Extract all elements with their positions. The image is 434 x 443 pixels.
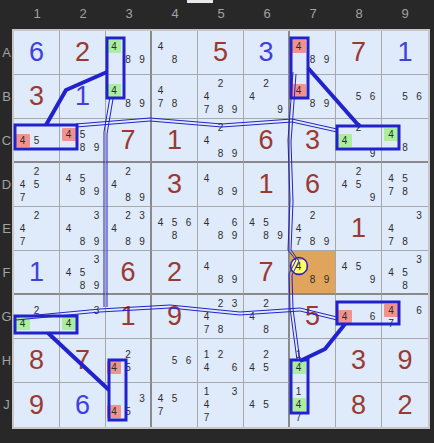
candidates: 467 — [384, 295, 426, 338]
candidate-2: 2 — [259, 77, 273, 90]
candidate-8: 8 — [306, 273, 320, 286]
cell-E5[interactable]: 4689 — [198, 207, 244, 251]
candidates: 2457 — [16, 163, 58, 206]
candidate-4: 4 — [200, 172, 214, 185]
candidate-4: 4 — [16, 178, 30, 191]
candidates: 2459 — [338, 163, 380, 206]
empty-slot — [228, 323, 242, 336]
empty-slot — [107, 165, 121, 178]
candidate-4: 4 — [62, 317, 76, 330]
cell-B9[interactable]: 56 — [382, 75, 428, 119]
cell-B3[interactable]: 489 — [106, 75, 152, 119]
candidates: 249 — [245, 75, 287, 118]
cell-E2[interactable]: 3489 — [60, 207, 106, 251]
empty-slot — [62, 185, 76, 198]
column-labels: 123456789 — [14, 3, 428, 25]
cell-F4[interactable]: 2 — [152, 251, 198, 295]
candidate-4: 4 — [200, 216, 214, 229]
candidates: 478 — [154, 75, 196, 118]
candidate-5: 5 — [398, 90, 412, 103]
candidate-7: 7 — [384, 317, 398, 330]
empty-slot — [107, 97, 121, 110]
cell-G5[interactable]: 23478 — [198, 295, 244, 339]
given-digit: 1 — [106, 295, 150, 338]
cell-D5[interactable]: 489 — [198, 163, 244, 207]
candidate-8: 8 — [168, 53, 182, 66]
given-digit: 7 — [106, 119, 150, 161]
candidate-6: 6 — [412, 304, 426, 317]
candidate-7: 7 — [200, 323, 214, 336]
candidate-8: 8 — [214, 273, 228, 286]
candidate-5: 5 — [30, 178, 44, 191]
cell-H2[interactable]: 7 — [60, 339, 106, 383]
given-digit: 2 — [152, 251, 197, 293]
empty-slot — [292, 97, 306, 110]
empty-slot — [412, 172, 426, 185]
cell-C5[interactable]: 2489 — [198, 119, 244, 163]
empty-slot — [44, 317, 58, 330]
cell-C7[interactable]: 3 — [290, 119, 336, 163]
col-label-2: 2 — [60, 3, 106, 25]
candidate-7: 7 — [154, 405, 168, 418]
given-digit: 7 — [60, 339, 105, 382]
empty-slot — [320, 209, 334, 222]
cell-D1[interactable]: 2457 — [14, 163, 60, 207]
empty-slot — [76, 317, 90, 330]
cell-F9[interactable]: 3458 — [382, 251, 428, 295]
candidate-5: 5 — [168, 392, 182, 405]
candidates: 247 — [16, 207, 58, 250]
cell-C8[interactable]: 249 — [336, 119, 382, 163]
candidates: 2489 — [107, 163, 149, 206]
empty-slot — [228, 310, 242, 323]
candidate-8: 8 — [76, 279, 90, 292]
solved-digit: 1 — [382, 31, 428, 74]
candidate-4: 4 — [384, 266, 398, 279]
candidate-8: 8 — [121, 235, 135, 248]
candidate-9: 9 — [228, 185, 242, 198]
cell-F3[interactable]: 6 — [106, 251, 152, 295]
empty-slot — [320, 348, 334, 361]
candidates: 459 — [338, 251, 380, 294]
empty-slot — [200, 185, 214, 198]
candidate-8: 8 — [121, 97, 135, 110]
empty-slot — [398, 209, 412, 222]
candidate-3: 3 — [228, 297, 242, 310]
candidate-8: 8 — [259, 323, 273, 336]
candidate-5: 5 — [398, 172, 412, 185]
candidate-4: 4 — [107, 222, 121, 235]
candidate-4: 4 — [338, 178, 352, 191]
empty-slot — [273, 216, 287, 229]
empty-slot — [320, 260, 334, 273]
cell-E4[interactable]: 4568 — [152, 207, 198, 251]
cell-D4[interactable]: 3 — [152, 163, 198, 207]
candidate-4: 4 — [338, 134, 352, 147]
cell-F5[interactable]: 489 — [198, 251, 244, 295]
empty-slot — [292, 273, 306, 286]
candidate-5: 5 — [352, 90, 366, 103]
candidate-4: 4 — [292, 40, 306, 53]
sudoku-grid[interactable]: 6248948534897131489478247892494895656454… — [12, 29, 430, 429]
empty-slot — [44, 191, 58, 204]
cell-J6[interactable]: 45 — [244, 383, 290, 427]
cell-E6[interactable]: 4589 — [244, 207, 290, 251]
given-digit: 6 — [290, 163, 335, 206]
candidate-4: 4 — [292, 361, 306, 374]
candidate-8: 8 — [398, 141, 412, 154]
col-label-6: 6 — [244, 3, 290, 25]
cell-B8[interactable]: 56 — [336, 75, 382, 119]
given-digit: 2 — [382, 383, 428, 427]
cell-H3[interactable]: 245 — [106, 339, 152, 383]
empty-slot — [62, 141, 76, 154]
candidates: 4689 — [200, 207, 242, 250]
candidates: 3489 — [62, 207, 104, 250]
cell-G8[interactable]: 46 — [336, 295, 382, 339]
candidate-8: 8 — [398, 235, 412, 248]
candidate-6: 6 — [366, 310, 380, 323]
candidate-9: 9 — [228, 103, 242, 116]
empty-slot — [182, 229, 196, 242]
empty-slot — [412, 185, 426, 198]
cell-F1[interactable]: 1 — [14, 251, 60, 295]
cell-C9[interactable]: 48 — [382, 119, 428, 163]
candidate-3: 3 — [90, 209, 104, 222]
cell-G2[interactable]: 34 — [60, 295, 106, 339]
cell-B7[interactable]: 489 — [290, 75, 336, 119]
candidates: 48 — [384, 119, 426, 162]
candidates: 1347 — [200, 383, 242, 426]
cell-A4[interactable]: 48 — [152, 31, 198, 75]
cell-G1[interactable]: 24 — [14, 295, 60, 339]
empty-slot — [154, 229, 168, 242]
empty-slot — [228, 134, 242, 147]
candidate-4: 4 — [245, 361, 259, 374]
candidate-5: 5 — [76, 266, 90, 279]
candidate-4: 4 — [154, 84, 168, 97]
cell-A9[interactable]: 1 — [382, 31, 428, 75]
empty-slot — [384, 141, 398, 154]
empty-slot — [384, 253, 398, 266]
solved-digit: 3 — [244, 31, 288, 74]
empty-slot — [121, 84, 135, 97]
cell-F7[interactable]: 489 — [290, 251, 336, 295]
cell-G7[interactable]: 5 — [290, 295, 336, 339]
candidate-9: 9 — [320, 53, 334, 66]
candidates: 489 — [200, 163, 242, 206]
empty-slot — [273, 398, 287, 411]
empty-slot — [62, 253, 76, 266]
empty-slot — [44, 222, 58, 235]
empty-slot — [306, 222, 320, 235]
cell-H1[interactable]: 8 — [14, 339, 60, 383]
candidate-8: 8 — [121, 53, 135, 66]
cell-B2[interactable]: 1 — [60, 75, 106, 119]
empty-slot — [62, 279, 76, 292]
candidates: 48 — [154, 31, 196, 74]
cell-G4[interactable]: 9 — [152, 295, 198, 339]
empty-slot — [135, 222, 149, 235]
col-label-9: 9 — [382, 3, 428, 25]
candidate-9: 9 — [228, 147, 242, 160]
candidate-4: 4 — [107, 84, 121, 97]
cell-G6[interactable]: 248 — [244, 295, 290, 339]
cell-J5[interactable]: 1347 — [198, 383, 244, 427]
cell-F8[interactable]: 459 — [336, 251, 382, 295]
empty-slot — [306, 361, 320, 374]
candidates: 1246 — [200, 339, 242, 382]
candidate-9: 9 — [320, 97, 334, 110]
empty-slot — [412, 235, 426, 248]
candidates: 489 — [292, 31, 334, 74]
candidate-8: 8 — [214, 103, 228, 116]
cell-C4[interactable]: 1 — [152, 119, 198, 163]
candidate-8: 8 — [76, 185, 90, 198]
empty-slot — [214, 361, 228, 374]
empty-slot — [320, 398, 334, 411]
empty-slot — [44, 134, 58, 147]
cell-A1[interactable]: 6 — [14, 31, 60, 75]
candidates: 489 — [292, 75, 334, 118]
candidates: 3478 — [384, 207, 426, 250]
cell-H8[interactable]: 3 — [336, 339, 382, 383]
candidate-4: 4 — [292, 84, 306, 97]
candidate-4: 4 — [62, 222, 76, 235]
col-label-4: 4 — [152, 3, 198, 25]
candidate-1: 1 — [200, 385, 214, 398]
candidate-4: 4 — [245, 398, 259, 411]
candidate-8: 8 — [76, 141, 90, 154]
empty-slot — [228, 172, 242, 185]
empty-slot — [366, 260, 380, 273]
empty-slot — [214, 134, 228, 147]
candidate-4: 4 — [245, 216, 259, 229]
candidate-8: 8 — [306, 235, 320, 248]
empty-slot — [214, 411, 228, 424]
cell-B5[interactable]: 24789 — [198, 75, 244, 119]
candidate-4: 4 — [16, 317, 30, 330]
candidate-3: 3 — [90, 253, 104, 266]
candidates: 4578 — [384, 163, 426, 206]
cell-C3[interactable]: 7 — [106, 119, 152, 163]
cell-J7[interactable]: 147 — [290, 383, 336, 427]
cell-B6[interactable]: 249 — [244, 75, 290, 119]
empty-slot — [306, 348, 320, 361]
candidate-5: 5 — [76, 128, 90, 141]
candidate-8: 8 — [398, 185, 412, 198]
cell-D7[interactable]: 6 — [290, 163, 336, 207]
empty-slot — [384, 209, 398, 222]
empty-slot — [259, 90, 273, 103]
candidates: 24789 — [200, 75, 242, 118]
empty-slot — [62, 304, 76, 317]
cell-J8[interactable]: 8 — [336, 383, 382, 427]
empty-slot — [366, 178, 380, 191]
cell-C6[interactable]: 6 — [244, 119, 290, 163]
cell-A8[interactable]: 7 — [336, 31, 382, 75]
given-digit: 2 — [60, 31, 105, 74]
cell-F6[interactable]: 7 — [244, 251, 290, 295]
candidate-8: 8 — [121, 191, 135, 204]
candidate-5: 5 — [121, 405, 135, 418]
empty-slot — [384, 90, 398, 103]
candidate-9: 9 — [273, 103, 287, 116]
cell-A3[interactable]: 489 — [106, 31, 152, 75]
cell-J9[interactable]: 2 — [382, 383, 428, 427]
cell-J3[interactable]: 345 — [106, 383, 152, 427]
cell-H9[interactable]: 9 — [382, 339, 428, 383]
cell-B4[interactable]: 478 — [152, 75, 198, 119]
candidate-7: 7 — [292, 235, 306, 248]
empty-slot — [398, 253, 412, 266]
given-digit: 1 — [152, 119, 197, 161]
candidates: 245 — [107, 339, 149, 382]
candidates: 45 — [245, 383, 287, 426]
cell-E1[interactable]: 247 — [14, 207, 60, 251]
candidate-3: 3 — [412, 209, 426, 222]
cell-G3[interactable]: 1 — [106, 295, 152, 339]
empty-slot — [154, 53, 168, 66]
empty-slot — [182, 84, 196, 97]
solved-digit: 1 — [60, 75, 105, 118]
candidate-5: 5 — [168, 216, 182, 229]
empty-slot — [273, 90, 287, 103]
candidate-1: 1 — [292, 348, 306, 361]
given-digit: 3 — [14, 75, 59, 118]
empty-slot — [320, 40, 334, 53]
candidates: 489 — [107, 31, 149, 74]
empty-slot — [259, 310, 273, 323]
candidate-7: 7 — [16, 191, 30, 204]
empty-slot — [306, 398, 320, 411]
candidate-3: 3 — [135, 392, 149, 405]
empty-slot — [107, 235, 121, 248]
empty-slot — [398, 222, 412, 235]
cell-D6[interactable]: 1 — [244, 163, 290, 207]
candidate-4: 4 — [62, 128, 76, 141]
candidates: 4568 — [154, 207, 196, 250]
empty-slot — [352, 273, 366, 286]
empty-slot — [107, 392, 121, 405]
cell-E8[interactable]: 1 — [336, 207, 382, 251]
cell-A6[interactable]: 3 — [244, 31, 290, 75]
candidate-5: 5 — [352, 178, 366, 191]
cell-J2[interactable]: 6 — [60, 383, 106, 427]
empty-slot — [44, 235, 58, 248]
candidate-4: 4 — [154, 40, 168, 53]
cell-D2[interactable]: 4589 — [60, 163, 106, 207]
candidate-8: 8 — [259, 229, 273, 242]
empty-slot — [228, 398, 242, 411]
empty-slot — [200, 273, 214, 286]
cell-A7[interactable]: 489 — [290, 31, 336, 75]
empty-slot — [200, 147, 214, 160]
cell-A5[interactable]: 5 — [198, 31, 244, 75]
candidates: 14 — [292, 339, 334, 382]
cell-E3[interactable]: 23489 — [106, 207, 152, 251]
cell-H4[interactable]: 56 — [152, 339, 198, 383]
empty-slot — [214, 310, 228, 323]
candidate-9: 9 — [90, 279, 104, 292]
empty-slot — [30, 222, 44, 235]
empty-slot — [200, 77, 214, 90]
cell-H6[interactable]: 245 — [244, 339, 290, 383]
empty-slot — [107, 53, 121, 66]
empty-slot — [200, 229, 214, 242]
candidates: 245 — [245, 339, 287, 382]
cell-C2[interactable]: 4589 — [60, 119, 106, 163]
empty-slot — [273, 77, 287, 90]
candidate-4: 4 — [338, 310, 352, 323]
cell-D9[interactable]: 4578 — [382, 163, 428, 207]
candidate-9: 9 — [320, 235, 334, 248]
empty-slot — [16, 304, 30, 317]
empty-slot — [16, 165, 30, 178]
empty-slot — [412, 266, 426, 279]
empty-slot — [306, 385, 320, 398]
candidates: 45 — [16, 119, 58, 162]
empty-slot — [90, 222, 104, 235]
cell-J1[interactable]: 9 — [14, 383, 60, 427]
candidates: 489 — [292, 251, 334, 294]
cell-J4[interactable]: 457 — [152, 383, 198, 427]
candidates: 345 — [107, 383, 149, 426]
given-digit: 5 — [290, 295, 335, 338]
empty-slot — [412, 279, 426, 292]
empty-slot — [121, 40, 135, 53]
given-digit: 3 — [152, 163, 197, 206]
candidate-4: 4 — [200, 134, 214, 147]
cell-E9[interactable]: 3478 — [382, 207, 428, 251]
empty-slot — [245, 77, 259, 90]
empty-slot — [228, 348, 242, 361]
empty-slot — [366, 121, 380, 134]
empty-slot — [338, 90, 352, 103]
cell-C1[interactable]: 45 — [14, 119, 60, 163]
cell-B1[interactable]: 3 — [14, 75, 60, 119]
given-digit: 1 — [336, 207, 381, 250]
given-digit: 5 — [198, 31, 243, 74]
cell-D8[interactable]: 2459 — [336, 163, 382, 207]
candidate-6: 6 — [228, 361, 242, 374]
given-digit: 3 — [336, 339, 381, 382]
cell-A2[interactable]: 2 — [60, 31, 106, 75]
empty-slot — [200, 297, 214, 310]
cell-E7[interactable]: 24789 — [290, 207, 336, 251]
candidates: 249 — [338, 119, 380, 162]
candidate-2: 2 — [121, 348, 135, 361]
cell-D3[interactable]: 2489 — [106, 163, 152, 207]
candidate-9: 9 — [273, 229, 287, 242]
cell-G9[interactable]: 467 — [382, 295, 428, 339]
col-label-7: 7 — [290, 3, 336, 25]
given-digit: 3 — [290, 119, 335, 161]
cell-H7[interactable]: 14 — [290, 339, 336, 383]
candidate-5: 5 — [30, 134, 44, 147]
empty-slot — [384, 279, 398, 292]
empty-slot — [273, 310, 287, 323]
empty-slot — [320, 361, 334, 374]
empty-slot — [273, 361, 287, 374]
empty-slot — [76, 304, 90, 317]
cell-H5[interactable]: 1246 — [198, 339, 244, 383]
cell-F2[interactable]: 34589 — [60, 251, 106, 295]
solved-digit: 6 — [14, 31, 59, 74]
empty-slot — [62, 235, 76, 248]
candidates: 457 — [154, 383, 196, 426]
candidate-9: 9 — [366, 273, 380, 286]
